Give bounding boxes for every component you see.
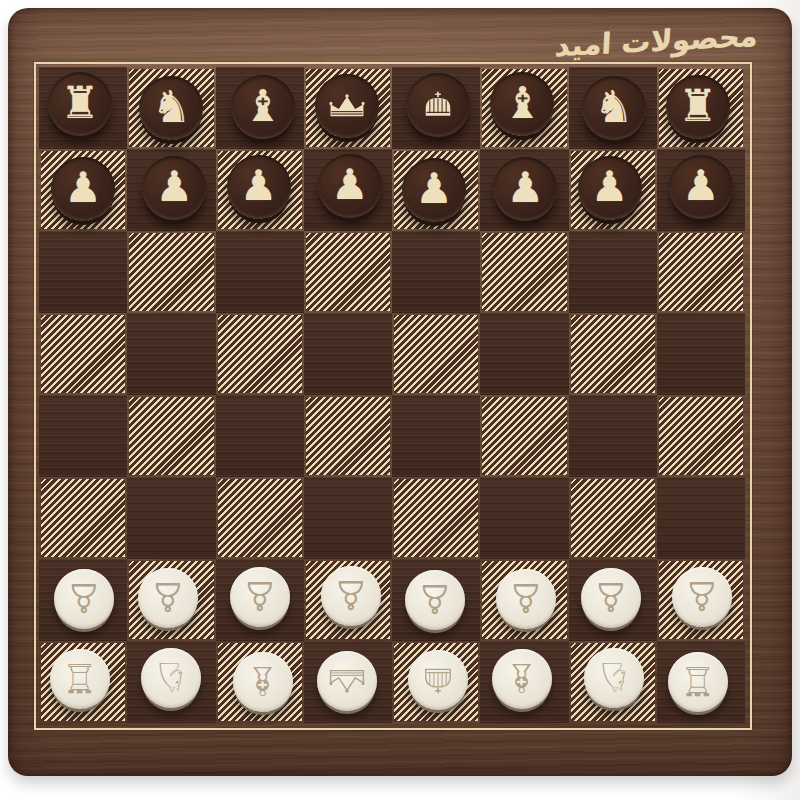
square-h1[interactable]: ♖	[657, 641, 745, 723]
square-c7[interactable]: ♟	[216, 149, 304, 231]
square-h3[interactable]	[657, 477, 745, 559]
square-c8[interactable]: ♝	[216, 67, 304, 149]
square-e7[interactable]: ♟	[392, 149, 480, 231]
white-knight-b1[interactable]: ♘	[141, 648, 201, 708]
square-e3[interactable]	[392, 477, 480, 559]
black-knight-b8[interactable]: ♞	[139, 76, 203, 140]
square-b7[interactable]: ♟	[127, 149, 215, 231]
black-rook-h8[interactable]: ♜	[666, 75, 730, 139]
brand-calligraphy-text: محصولات امید	[554, 13, 759, 70]
pointed-crown-icon	[328, 93, 366, 119]
white-pawn-g2[interactable]: ♙	[581, 568, 641, 628]
square-f7[interactable]: ♟	[480, 149, 568, 231]
square-e8[interactable]	[392, 67, 480, 149]
white-knight-g1[interactable]: ♘	[584, 648, 644, 708]
black-pawn-icon: ♟	[156, 166, 194, 208]
square-f3[interactable]	[480, 477, 568, 559]
square-d2[interactable]: ♙	[304, 559, 392, 641]
white-bishop-c1[interactable]: ♗	[233, 652, 293, 712]
square-a6[interactable]	[39, 231, 127, 313]
white-pawn-c2[interactable]: ♙	[230, 567, 290, 627]
square-e2[interactable]: ♙	[392, 559, 480, 641]
white-bishop-f1[interactable]: ♗	[492, 649, 552, 709]
black-bishop-c8[interactable]: ♝	[231, 75, 295, 139]
black-pawn-a7[interactable]: ♟	[51, 157, 115, 221]
square-h7[interactable]: ♟	[657, 149, 745, 231]
square-g4[interactable]	[569, 395, 657, 477]
square-g3[interactable]	[569, 477, 657, 559]
white-knight-icon: ♘	[596, 657, 632, 697]
white-bishop-icon: ♗	[504, 658, 540, 698]
square-g8[interactable]: ♞	[569, 67, 657, 149]
white-knight-icon: ♘	[153, 657, 189, 697]
black-bishop-icon: ♝	[243, 84, 282, 128]
white-pawn-icon: ♙	[684, 576, 720, 616]
square-h2[interactable]: ♙	[657, 559, 745, 641]
square-h4[interactable]	[657, 395, 745, 477]
square-c2[interactable]: ♙	[216, 559, 304, 641]
arched-crown-with-cross-icon	[420, 665, 456, 695]
square-a5[interactable]	[39, 313, 127, 395]
white-bishop-icon: ♗	[245, 661, 281, 701]
white-king-e1[interactable]	[408, 650, 468, 710]
square-f8[interactable]: ♝	[480, 67, 568, 149]
chess-board: محصولات امید ♜♞♝ ♝♞♜♟♟♟♟♟♟♟♟♙♙♙♙♙♙♙♙♖♘♗ …	[8, 8, 792, 776]
black-king-e8[interactable]	[406, 73, 470, 137]
black-pawn-f7[interactable]: ♟	[493, 157, 557, 221]
white-rook-icon: ♖	[62, 658, 98, 698]
black-pawn-d7[interactable]: ♟	[318, 154, 382, 218]
white-pawn-h2[interactable]: ♙	[672, 567, 732, 627]
black-knight-g8[interactable]: ♞	[582, 76, 646, 140]
white-queen-d1[interactable]	[317, 651, 377, 711]
white-pawn-icon: ♙	[508, 578, 544, 618]
black-pawn-icon: ♟	[507, 167, 545, 209]
black-pawn-icon: ♟	[682, 165, 720, 207]
black-pawn-icon: ♟	[331, 164, 369, 206]
square-h6[interactable]	[657, 231, 745, 313]
white-pawn-icon: ♙	[242, 576, 278, 616]
black-pawn-g7[interactable]: ♟	[578, 156, 642, 220]
white-pawn-icon: ♙	[66, 578, 102, 618]
square-c5[interactable]	[216, 313, 304, 395]
black-pawn-icon: ♟	[64, 167, 102, 209]
square-a2[interactable]: ♙	[39, 559, 127, 641]
black-rook-icon: ♜	[678, 84, 717, 128]
black-rook-icon: ♜	[60, 81, 99, 125]
square-g1[interactable]: ♘	[569, 641, 657, 723]
white-pawn-icon: ♙	[593, 577, 629, 617]
square-e4[interactable]	[392, 395, 480, 477]
square-h5[interactable]	[657, 313, 745, 395]
black-pawn-icon: ♟	[240, 165, 278, 207]
black-queen-d8[interactable]	[315, 74, 379, 138]
square-d4[interactable]	[304, 395, 392, 477]
square-h8[interactable]: ♜	[657, 67, 745, 149]
black-rook-a8[interactable]: ♜	[48, 72, 112, 136]
black-pawn-icon: ♟	[415, 168, 453, 210]
square-g7[interactable]: ♟	[569, 149, 657, 231]
square-e5[interactable]	[392, 313, 480, 395]
black-bishop-f8[interactable]: ♝	[490, 72, 554, 136]
square-b3[interactable]	[127, 477, 215, 559]
square-c6[interactable]	[216, 231, 304, 313]
white-pawn-e2[interactable]: ♙	[405, 570, 465, 630]
square-c1[interactable]: ♗	[216, 641, 304, 723]
square-a3[interactable]	[39, 477, 127, 559]
square-b8[interactable]: ♞	[127, 67, 215, 149]
black-pawn-h7[interactable]: ♟	[669, 155, 733, 219]
square-b6[interactable]	[127, 231, 215, 313]
square-a1[interactable]: ♖	[39, 641, 127, 723]
square-d8[interactable]	[304, 67, 392, 149]
square-b1[interactable]: ♘	[127, 641, 215, 723]
black-bishop-icon: ♝	[503, 81, 542, 125]
black-knight-icon: ♞	[152, 85, 191, 129]
square-f4[interactable]	[480, 395, 568, 477]
black-knight-icon: ♞	[594, 85, 633, 129]
white-pawn-a2[interactable]: ♙	[54, 569, 114, 629]
square-d3[interactable]	[304, 477, 392, 559]
square-d6[interactable]	[304, 231, 392, 313]
white-pawn-b2[interactable]: ♙	[138, 568, 198, 628]
square-e1[interactable]	[392, 641, 480, 723]
white-pawn-icon: ♙	[150, 577, 186, 617]
pointed-crown-icon	[328, 668, 366, 694]
black-pawn-b7[interactable]: ♟	[142, 156, 206, 220]
square-c3[interactable]	[216, 477, 304, 559]
square-b5[interactable]	[127, 313, 215, 395]
square-a8[interactable]: ♜	[39, 67, 127, 149]
arched-crown-with-cross-icon	[420, 90, 456, 120]
white-rook-h1[interactable]: ♖	[668, 652, 728, 712]
square-g5[interactable]	[569, 313, 657, 395]
board-grid: ♜♞♝ ♝♞♜♟♟♟♟♟♟♟♟♙♙♙♙♙♙♙♙♖♘♗ ♗♘♖	[39, 67, 745, 723]
square-e6[interactable]	[392, 231, 480, 313]
square-d5[interactable]	[304, 313, 392, 395]
square-g2[interactable]: ♙	[569, 559, 657, 641]
square-a4[interactable]	[39, 395, 127, 477]
white-pawn-icon: ♙	[417, 579, 453, 619]
square-f2[interactable]: ♙	[480, 559, 568, 641]
white-pawn-f2[interactable]: ♙	[496, 569, 556, 629]
white-pawn-icon: ♙	[333, 575, 369, 615]
square-g6[interactable]	[569, 231, 657, 313]
square-b4[interactable]	[127, 395, 215, 477]
square-d1[interactable]	[304, 641, 392, 723]
square-b2[interactable]: ♙	[127, 559, 215, 641]
square-f5[interactable]	[480, 313, 568, 395]
white-pawn-d2[interactable]: ♙	[321, 566, 381, 626]
square-a7[interactable]: ♟	[39, 149, 127, 231]
square-c4[interactable]	[216, 395, 304, 477]
black-pawn-e7[interactable]: ♟	[402, 158, 466, 222]
white-rook-icon: ♖	[680, 661, 716, 701]
black-pawn-icon: ♟	[591, 166, 629, 208]
black-pawn-c7[interactable]: ♟	[227, 155, 291, 219]
white-rook-a1[interactable]: ♖	[50, 649, 110, 709]
square-f6[interactable]	[480, 231, 568, 313]
square-f1[interactable]: ♗	[480, 641, 568, 723]
square-d7[interactable]: ♟	[304, 149, 392, 231]
